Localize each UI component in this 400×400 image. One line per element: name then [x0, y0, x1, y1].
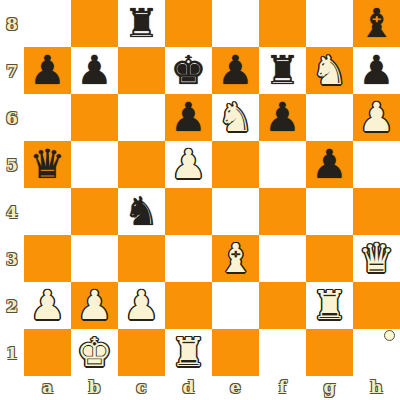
rank-label-1: 1: [0, 329, 24, 376]
piece-white-pawn-d5[interactable]: ♟: [171, 141, 207, 188]
square-c5[interactable]: [118, 141, 165, 188]
piece-black-king-d7[interactable]: ♚: [171, 47, 207, 94]
file-label-b: b: [71, 376, 118, 400]
square-f4[interactable]: [259, 188, 306, 235]
square-h6[interactable]: ♟: [353, 94, 400, 141]
square-a7[interactable]: ♟: [24, 47, 71, 94]
square-c1[interactable]: [118, 329, 165, 376]
rank-label-6: 6: [0, 94, 24, 141]
file-label-c: c: [118, 376, 165, 400]
square-e6[interactable]: ♞: [212, 94, 259, 141]
piece-white-pawn-h6[interactable]: ♟: [359, 94, 395, 141]
piece-white-pawn-a2[interactable]: ♟: [30, 282, 66, 329]
piece-white-rook-d1[interactable]: ♜: [171, 329, 207, 376]
rank-label-7: 7: [0, 47, 24, 94]
square-f5[interactable]: [259, 141, 306, 188]
piece-white-rook-g2[interactable]: ♜: [312, 282, 348, 329]
piece-white-bishop-e3[interactable]: ♝: [218, 235, 254, 282]
square-h7[interactable]: ♟: [353, 47, 400, 94]
rank-label-4: 4: [0, 188, 24, 235]
square-d5[interactable]: ♟: [165, 141, 212, 188]
square-f1[interactable]: [259, 329, 306, 376]
square-a1[interactable]: [24, 329, 71, 376]
square-d6[interactable]: ♟: [165, 94, 212, 141]
square-c7[interactable]: [118, 47, 165, 94]
square-h2[interactable]: [353, 282, 400, 329]
square-c3[interactable]: [118, 235, 165, 282]
piece-black-rook-f7[interactable]: ♜: [265, 47, 301, 94]
square-e2[interactable]: [212, 282, 259, 329]
piece-black-pawn-g5[interactable]: ♟: [312, 141, 348, 188]
square-e4[interactable]: [212, 188, 259, 235]
square-b4[interactable]: [71, 188, 118, 235]
square-d2[interactable]: [165, 282, 212, 329]
rank-label-5: 5: [0, 141, 24, 188]
file-label-h: h: [353, 376, 400, 400]
file-label-g: g: [306, 376, 353, 400]
square-e5[interactable]: [212, 141, 259, 188]
rank-labels: 87654321: [0, 0, 24, 376]
square-e3[interactable]: ♝: [212, 235, 259, 282]
square-b7[interactable]: ♟: [71, 47, 118, 94]
square-a2[interactable]: ♟: [24, 282, 71, 329]
rank-label-2: 2: [0, 282, 24, 329]
square-g5[interactable]: ♟: [306, 141, 353, 188]
white-to-move-indicator: [384, 330, 395, 341]
piece-white-pawn-c2[interactable]: ♟: [124, 282, 160, 329]
piece-black-pawn-a7[interactable]: ♟: [30, 47, 66, 94]
piece-white-pawn-b2[interactable]: ♟: [77, 282, 113, 329]
piece-black-knight-c4[interactable]: ♞: [124, 188, 160, 235]
square-g8[interactable]: [306, 0, 353, 47]
square-h4[interactable]: [353, 188, 400, 235]
square-e8[interactable]: [212, 0, 259, 47]
square-d1[interactable]: ♜: [165, 329, 212, 376]
square-g4[interactable]: [306, 188, 353, 235]
square-b1[interactable]: ♚: [71, 329, 118, 376]
square-a6[interactable]: [24, 94, 71, 141]
square-c6[interactable]: [118, 94, 165, 141]
square-d3[interactable]: [165, 235, 212, 282]
square-h5[interactable]: [353, 141, 400, 188]
piece-black-bishop-h8[interactable]: ♝: [359, 0, 395, 47]
square-h8[interactable]: ♝: [353, 0, 400, 47]
square-a4[interactable]: [24, 188, 71, 235]
file-labels: abcdefgh: [24, 376, 400, 400]
file-label-d: d: [165, 376, 212, 400]
square-e1[interactable]: [212, 329, 259, 376]
piece-black-pawn-d6[interactable]: ♟: [171, 94, 207, 141]
square-a5[interactable]: ♛: [24, 141, 71, 188]
square-b6[interactable]: [71, 94, 118, 141]
square-g6[interactable]: [306, 94, 353, 141]
square-g1[interactable]: [306, 329, 353, 376]
square-c2[interactable]: ♟: [118, 282, 165, 329]
square-c4[interactable]: ♞: [118, 188, 165, 235]
square-g3[interactable]: [306, 235, 353, 282]
square-f3[interactable]: [259, 235, 306, 282]
square-b8[interactable]: [71, 0, 118, 47]
square-d4[interactable]: [165, 188, 212, 235]
square-a3[interactable]: [24, 235, 71, 282]
square-a8[interactable]: [24, 0, 71, 47]
square-g7[interactable]: ♞: [306, 47, 353, 94]
square-f8[interactable]: [259, 0, 306, 47]
file-label-a: a: [24, 376, 71, 400]
square-d8[interactable]: [165, 0, 212, 47]
piece-black-pawn-e7[interactable]: ♟: [218, 47, 254, 94]
piece-white-queen-h3[interactable]: ♛: [359, 235, 395, 282]
piece-white-knight-g7[interactable]: ♞: [312, 47, 348, 94]
chess-board-diagram: 87654321 ♜♝♟♟♚♟♜♞♟♟♞♟♟♛♟♟♞♝♛♟♟♟♜♚♜ abcde…: [0, 0, 400, 400]
piece-black-queen-a5[interactable]: ♛: [30, 141, 66, 188]
square-d7[interactable]: ♚: [165, 47, 212, 94]
square-e7[interactable]: ♟: [212, 47, 259, 94]
file-label-e: e: [212, 376, 259, 400]
chess-board: ♜♝♟♟♚♟♜♞♟♟♞♟♟♛♟♟♞♝♛♟♟♟♜♚♜: [24, 0, 400, 376]
piece-black-pawn-h7[interactable]: ♟: [359, 47, 395, 94]
square-b5[interactable]: [71, 141, 118, 188]
square-f6[interactable]: ♟: [259, 94, 306, 141]
file-label-f: f: [259, 376, 306, 400]
piece-black-pawn-f6[interactable]: ♟: [265, 94, 301, 141]
square-f2[interactable]: [259, 282, 306, 329]
square-c8[interactable]: ♜: [118, 0, 165, 47]
piece-white-knight-e6[interactable]: ♞: [218, 94, 254, 141]
square-b3[interactable]: [71, 235, 118, 282]
square-b2[interactable]: ♟: [71, 282, 118, 329]
square-g2[interactable]: ♜: [306, 282, 353, 329]
piece-black-rook-c8[interactable]: ♜: [124, 0, 160, 47]
rank-label-8: 8: [0, 0, 24, 47]
square-f7[interactable]: ♜: [259, 47, 306, 94]
rank-label-3: 3: [0, 235, 24, 282]
piece-white-king-b1[interactable]: ♚: [77, 329, 113, 376]
piece-black-pawn-b7[interactable]: ♟: [77, 47, 113, 94]
square-h3[interactable]: ♛: [353, 235, 400, 282]
